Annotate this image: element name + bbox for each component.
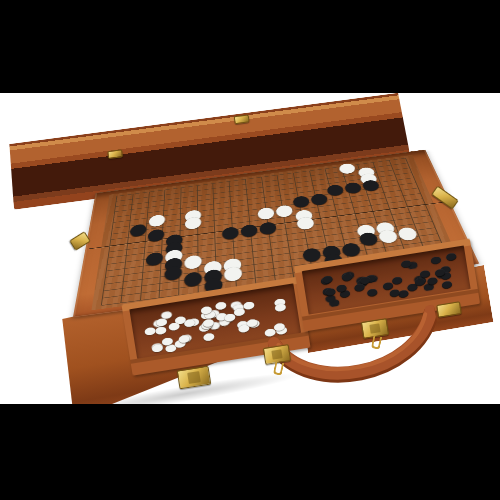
tray-stone-white: ● (236, 318, 250, 329)
tray-stone-black: ● (406, 281, 419, 292)
tray-stone-black: ● (341, 271, 354, 282)
tray-stone-black: ● (426, 275, 439, 286)
tray-stone-white: ● (242, 299, 256, 310)
tray-stone-white: ● (223, 312, 237, 323)
tray-stone-black: ● (320, 275, 333, 286)
tray-stone-white: ● (221, 312, 235, 323)
tray-stone-black: ● (391, 275, 404, 286)
tray-stone-black: ● (321, 285, 334, 296)
tray-stone-black: ● (366, 273, 379, 284)
tray-stone-black: ● (439, 264, 452, 275)
lid-latch-plate-center-icon (234, 114, 250, 124)
tray-stone-black: ● (328, 296, 341, 307)
tray-stone-white: ● (200, 309, 214, 320)
tray-stone-black: ● (355, 274, 368, 285)
tray-stone-black: ● (382, 280, 395, 291)
go-stone-white: ● (222, 254, 243, 274)
tray-stone-white: ● (164, 342, 178, 353)
tray-stone-black: ● (414, 276, 427, 287)
tray-stone-white: ● (207, 308, 221, 319)
tray-stone-white: ● (229, 299, 243, 310)
tray-stone-black: ● (441, 278, 454, 289)
tray-stone-white: ● (203, 309, 217, 320)
tray-stone-white: ● (245, 317, 259, 328)
tray-stone-white: ● (150, 340, 164, 351)
tray-stone-white: ● (155, 316, 169, 327)
tray-stone-white: ● (177, 332, 191, 343)
tray-stone-black: ● (400, 258, 413, 269)
tray-stone-white: ● (215, 310, 229, 321)
tray-stone-white: ● (232, 301, 246, 312)
tray-stone-white: ● (217, 316, 231, 327)
letterbox-bottom (0, 404, 500, 500)
tray-stone-white: ● (201, 319, 215, 330)
tray-stone-black: ● (321, 273, 334, 284)
tray-stone-white: ● (201, 316, 215, 327)
go-stone-white: ● (294, 213, 316, 231)
tray-stone-white: ● (187, 315, 201, 326)
tray-stone-black: ● (415, 275, 428, 286)
tray-stone-black: ● (422, 281, 435, 292)
go-stone-black: ● (291, 193, 312, 210)
product-photo: ●●●●●●●●●●●●●●●●●●●●●●●●●●●●●●●●●●●●●●●●… (0, 0, 500, 500)
tray-stone-black: ● (434, 267, 447, 278)
tray-stone-black: ● (430, 255, 443, 266)
tray-stone-black: ● (445, 251, 458, 262)
tray-stone-white: ● (272, 320, 286, 331)
tray-stone-white: ● (200, 319, 214, 330)
tray-stone-white: ● (183, 316, 197, 327)
tray-stone-black: ● (356, 277, 369, 288)
tray-stone-white: ● (167, 320, 181, 331)
go-stone-white: ● (184, 207, 202, 224)
tray-stone-black: ● (353, 281, 366, 292)
tray-stone-white: ● (173, 337, 187, 348)
tray-stone-white: ● (208, 320, 222, 331)
tray-stone-white: ● (237, 322, 251, 333)
tray-stone-black: ● (413, 273, 426, 284)
tray-stone-white: ● (274, 301, 288, 312)
tray-stone-white: ● (152, 317, 166, 328)
tray-stone-black: ● (366, 287, 379, 298)
tray-stone-black: ● (364, 272, 377, 283)
tray-stone-white: ● (199, 304, 213, 315)
tray-stone-black: ● (359, 275, 372, 286)
tray-stone-white: ● (202, 331, 216, 342)
tray-stone-white: ● (160, 335, 174, 346)
tray-stone-white: ● (151, 342, 165, 353)
tray-stone-white: ● (232, 306, 246, 317)
tray-stone-black: ● (419, 268, 432, 279)
go-stone-black: ● (221, 223, 241, 241)
tray-stone-black: ● (324, 286, 337, 297)
tray-stone-white: ● (197, 321, 211, 332)
go-stone-black: ● (165, 230, 184, 248)
tray-stone-white: ● (160, 309, 174, 320)
tray-stone-white: ● (173, 313, 187, 324)
tray-stone-white: ● (247, 317, 261, 328)
tray-stone-black: ● (339, 288, 352, 299)
go-stone-white: ● (203, 257, 223, 277)
go-stone-white: ● (337, 160, 358, 175)
tray-stone-white: ● (154, 324, 168, 335)
tray-stone-white: ● (214, 299, 228, 310)
tray-stone-black: ● (343, 269, 356, 280)
tray-stone-black: ● (435, 269, 448, 280)
letterbox-top (0, 0, 500, 93)
tray-stone-black: ● (340, 270, 353, 281)
tray-stone-white: ● (179, 332, 193, 343)
tray-stone-black: ● (397, 288, 410, 299)
go-stone-black: ● (308, 190, 329, 206)
tray-stone-white: ● (273, 296, 287, 307)
tray-stone-black: ● (406, 259, 419, 270)
tray-stone-black: ● (440, 270, 453, 281)
tray-stone-black: ● (388, 288, 401, 299)
tray-stone-black: ● (335, 283, 348, 294)
go-stone-black: ● (163, 262, 183, 282)
tray-stone-white: ● (143, 325, 157, 336)
go-stone-black: ● (300, 244, 323, 264)
tray-stone-black: ● (324, 292, 337, 303)
